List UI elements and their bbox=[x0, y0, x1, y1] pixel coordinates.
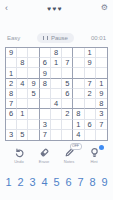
cell-r8c9[interactable]: 7 bbox=[96, 120, 107, 130]
cell-r5c6[interactable]: 6 bbox=[62, 89, 73, 99]
cell-r3c2[interactable] bbox=[17, 68, 28, 78]
cell-r7c8[interactable] bbox=[85, 109, 96, 119]
hint-count-badge bbox=[99, 145, 104, 150]
numpad-digit-1[interactable]: 1 bbox=[5, 176, 12, 188]
erase-button[interactable]: Erase bbox=[36, 147, 53, 164]
cell-r7c7[interactable]: 8 bbox=[73, 109, 84, 119]
cell-r2c8[interactable]: 9 bbox=[85, 58, 96, 68]
cell-r5c9[interactable]: 9 bbox=[96, 89, 107, 99]
cell-r1c7[interactable] bbox=[73, 48, 84, 58]
cell-r6c4[interactable] bbox=[40, 99, 51, 109]
cell-r3c4[interactable]: 9 bbox=[40, 68, 51, 78]
numpad-digit-3[interactable]: 3 bbox=[29, 176, 36, 188]
cell-r8c7[interactable]: 1 bbox=[73, 120, 84, 130]
cell-r9c8[interactable] bbox=[85, 130, 96, 140]
cell-r9c2[interactable]: 5 bbox=[17, 130, 28, 140]
top-bar: ‹ ♥ ♥ ♥ ⚙ bbox=[0, 2, 113, 14]
heart-icon: ♥ bbox=[58, 5, 62, 12]
cell-r9c3[interactable] bbox=[28, 130, 39, 140]
cell-r8c8[interactable]: 6 bbox=[85, 120, 96, 130]
undo-button[interactable]: Undo bbox=[11, 147, 28, 164]
cell-r2c1[interactable] bbox=[6, 58, 17, 68]
pause-label: Pause bbox=[51, 35, 68, 41]
cell-r4c5[interactable] bbox=[51, 79, 62, 89]
cell-r1c1[interactable]: 9 bbox=[6, 48, 17, 58]
cell-r1c2[interactable] bbox=[17, 48, 28, 58]
cell-r2c9[interactable] bbox=[96, 58, 107, 68]
cell-r4c2[interactable]: 4 bbox=[17, 79, 28, 89]
hint-label: Hint bbox=[90, 159, 97, 164]
number-pad: 1 2 3 4 5 6 7 8 9 bbox=[0, 176, 113, 188]
cell-r1c3[interactable] bbox=[28, 48, 39, 58]
toolbar: Undo Erase OFF Notes Hint bbox=[0, 147, 113, 164]
lightbulb-icon bbox=[89, 147, 100, 158]
cell-r3c9[interactable] bbox=[96, 68, 107, 78]
heart-icon: ♥ bbox=[47, 5, 51, 12]
cell-r5c7[interactable] bbox=[73, 89, 84, 99]
cell-r3c6[interactable] bbox=[62, 68, 73, 78]
numpad-digit-2[interactable]: 2 bbox=[17, 176, 24, 188]
numpad-digit-8[interactable]: 8 bbox=[89, 176, 96, 188]
notes-button[interactable]: OFF Notes bbox=[61, 147, 78, 164]
cell-r6c5[interactable]: 4 bbox=[51, 99, 62, 109]
cell-r4c4[interactable]: 8 bbox=[40, 79, 51, 89]
cell-r6c8[interactable] bbox=[85, 99, 96, 109]
undo-icon bbox=[14, 147, 25, 158]
cell-r4c7[interactable] bbox=[73, 79, 84, 89]
cell-r9c4[interactable]: 7 bbox=[40, 130, 51, 140]
cell-r4c9[interactable]: 1 bbox=[96, 79, 107, 89]
cell-r6c2[interactable] bbox=[17, 99, 28, 109]
hint-button[interactable]: Hint bbox=[86, 147, 103, 164]
cell-r5c1[interactable]: 8 bbox=[6, 89, 17, 99]
cell-r8c2[interactable] bbox=[17, 120, 28, 130]
cell-r3c1[interactable]: 1 bbox=[6, 68, 17, 78]
cell-r2c2[interactable]: 8 bbox=[17, 58, 28, 68]
cell-r4c3[interactable]: 9 bbox=[28, 79, 39, 89]
cell-r4c1[interactable]: 2 bbox=[6, 79, 17, 89]
cell-r1c6[interactable] bbox=[62, 48, 73, 58]
lives-hearts: ♥ ♥ ♥ bbox=[47, 5, 62, 12]
heart-icon: ♥ bbox=[52, 5, 56, 12]
cell-r7c9[interactable]: 3 bbox=[96, 109, 107, 119]
cell-r2c4[interactable]: 6 bbox=[40, 58, 51, 68]
cell-r5c3[interactable]: 5 bbox=[28, 89, 39, 99]
pause-icon bbox=[43, 36, 48, 41]
sudoku-board: 98186179192498571856297486128331673574 bbox=[5, 47, 108, 141]
cell-r9c1[interactable]: 3 bbox=[6, 130, 17, 140]
numpad-digit-9[interactable]: 9 bbox=[101, 176, 108, 188]
cell-r9c5[interactable] bbox=[51, 130, 62, 140]
cell-r5c4[interactable] bbox=[40, 89, 51, 99]
cell-r2c7[interactable] bbox=[73, 58, 84, 68]
numpad-digit-5[interactable]: 5 bbox=[53, 176, 60, 188]
cell-r1c5[interactable]: 8 bbox=[51, 48, 62, 58]
cell-r6c9[interactable]: 8 bbox=[96, 99, 107, 109]
cell-r7c6[interactable]: 2 bbox=[62, 109, 73, 119]
undo-label: Undo bbox=[14, 159, 24, 164]
status-row: Easy Pause 00:01 bbox=[0, 32, 113, 44]
cell-r7c3[interactable] bbox=[28, 109, 39, 119]
cell-r8c3[interactable] bbox=[28, 120, 39, 130]
cell-r1c4[interactable] bbox=[40, 48, 51, 58]
cell-r3c5[interactable] bbox=[51, 68, 62, 78]
eraser-icon bbox=[39, 147, 50, 158]
cell-r8c1[interactable] bbox=[6, 120, 17, 130]
cell-r7c1[interactable]: 6 bbox=[6, 109, 17, 119]
cell-r3c8[interactable] bbox=[85, 68, 96, 78]
cell-r7c2[interactable]: 1 bbox=[17, 109, 28, 119]
cell-r3c3[interactable] bbox=[28, 68, 39, 78]
cell-r8c5[interactable] bbox=[51, 120, 62, 130]
cell-r4c6[interactable]: 5 bbox=[62, 79, 73, 89]
cell-r2c3[interactable] bbox=[28, 58, 39, 68]
numpad-digit-6[interactable]: 6 bbox=[65, 176, 72, 188]
notes-label: Notes bbox=[64, 159, 74, 164]
cell-r2c5[interactable]: 1 bbox=[51, 58, 62, 68]
cell-r6c7[interactable] bbox=[73, 99, 84, 109]
cell-r1c8[interactable]: 1 bbox=[85, 48, 96, 58]
cell-r9c9[interactable] bbox=[96, 130, 107, 140]
notes-off-badge: OFF bbox=[70, 143, 82, 150]
numpad-digit-4[interactable]: 4 bbox=[41, 176, 48, 188]
cell-r2c6[interactable]: 7 bbox=[62, 58, 73, 68]
cell-r4c8[interactable]: 7 bbox=[85, 79, 96, 89]
settings-gear-icon[interactable]: ⚙ bbox=[101, 3, 108, 13]
back-button[interactable]: ‹ bbox=[5, 3, 8, 13]
numpad-digit-7[interactable]: 7 bbox=[77, 176, 84, 188]
difficulty-label: Easy bbox=[7, 35, 20, 41]
timer: 00:01 bbox=[91, 35, 106, 41]
cell-r8c4[interactable]: 3 bbox=[40, 120, 51, 130]
cell-r8c6[interactable] bbox=[62, 120, 73, 130]
cell-r7c4[interactable] bbox=[40, 109, 51, 119]
cell-r5c8[interactable]: 2 bbox=[85, 89, 96, 99]
cell-r1c9[interactable] bbox=[96, 48, 107, 58]
cell-r6c6[interactable] bbox=[62, 99, 73, 109]
pause-button[interactable]: Pause bbox=[37, 33, 74, 43]
cell-r5c5[interactable] bbox=[51, 89, 62, 99]
cell-r3c7[interactable] bbox=[73, 68, 84, 78]
cell-r5c2[interactable] bbox=[17, 89, 28, 99]
cell-r9c7[interactable]: 4 bbox=[73, 130, 84, 140]
cell-r9c6[interactable] bbox=[62, 130, 73, 140]
erase-label: Erase bbox=[39, 159, 49, 164]
cell-r6c1[interactable]: 7 bbox=[6, 99, 17, 109]
cell-r6c3[interactable] bbox=[28, 99, 39, 109]
cell-r7c5[interactable] bbox=[51, 109, 62, 119]
